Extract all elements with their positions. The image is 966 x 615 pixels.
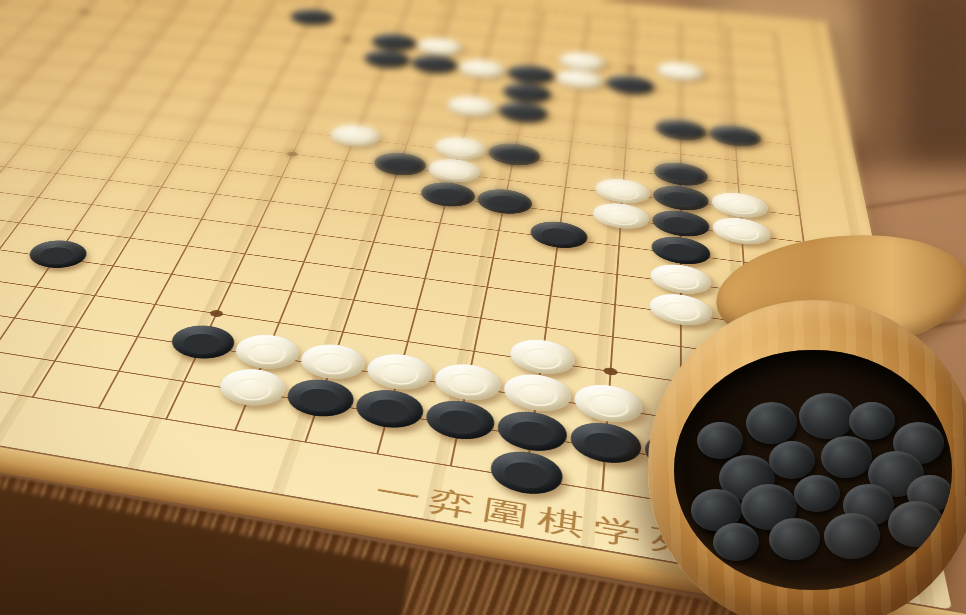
photo-scene: 一弈圍棋学苑 ●●○○○●●○●○●●○●●●○○●●●○○●○●●○●○●●○… (0, 0, 966, 615)
bowl-stone (713, 523, 759, 561)
bowl-stone (824, 513, 880, 559)
bowl-stone (769, 518, 820, 560)
black-stone-glyph: ● (282, 375, 359, 421)
black-stone: ● (422, 396, 497, 444)
white-stone-glyph: ○ (214, 365, 292, 410)
black-stone: ● (569, 418, 642, 468)
bowl-stone (799, 393, 855, 439)
black-stone-glyph: ● (488, 447, 565, 499)
white-stone-glyph: ○ (649, 291, 712, 329)
depth-of-field-haze (0, 0, 966, 260)
bowl-stone (888, 501, 944, 547)
black-stone: ● (488, 447, 565, 499)
black-stone-glyph: ● (351, 386, 427, 433)
black-stone: ● (165, 322, 240, 363)
bowl-stone (746, 402, 797, 444)
white-stone: ○ (649, 291, 712, 329)
black-stone-glyph: ● (569, 418, 642, 468)
bowl-stone (849, 402, 895, 440)
black-stone: ● (282, 375, 359, 421)
bowl-stone (697, 422, 743, 460)
bowl-stone (794, 475, 840, 513)
bowl-stone (821, 436, 872, 478)
stone-bowl (648, 300, 966, 615)
black-stone-glyph: ● (165, 322, 240, 363)
black-stone-glyph: ● (422, 396, 497, 444)
black-stone: ● (351, 386, 427, 433)
bowl-cavity (674, 350, 951, 591)
bowl-stone (769, 441, 815, 479)
white-stone: ○ (214, 365, 292, 410)
